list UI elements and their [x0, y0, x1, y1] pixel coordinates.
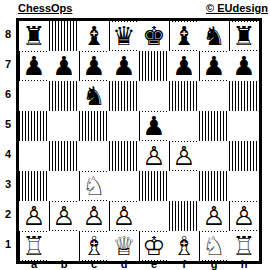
piece-black-bishop: ♝ — [80, 22, 108, 50]
piece-black-rook: ♜ — [20, 22, 48, 50]
square-c7[interactable]: ♟ — [79, 51, 109, 81]
file-label-f: f — [169, 259, 199, 270]
square-b3[interactable] — [49, 171, 79, 201]
piece-white-knight: ♘ — [200, 232, 228, 260]
piece-white-bishop: ♗ — [170, 232, 198, 260]
piece-white-queen: ♕ — [110, 232, 138, 260]
piece-white-pawn: ♙ — [80, 202, 108, 230]
square-c6[interactable]: ♞ — [79, 81, 109, 111]
square-h7[interactable]: ♟ — [229, 51, 259, 81]
title-bar: ChessOps © EUdesign — [0, 2, 270, 17]
square-e4[interactable]: ♙ — [139, 141, 169, 171]
file-label-e: e — [139, 259, 169, 270]
piece-white-rook: ♖ — [20, 232, 48, 260]
square-g5[interactable] — [199, 111, 229, 141]
square-g4[interactable] — [199, 141, 229, 171]
piece-white-rook: ♖ — [230, 232, 258, 260]
square-a1[interactable]: ♖ — [19, 231, 49, 261]
square-e3[interactable] — [139, 171, 169, 201]
rank-label-1: 1 — [2, 229, 14, 259]
rank-label-4: 4 — [2, 139, 14, 169]
file-label-a: a — [19, 259, 49, 270]
square-h2[interactable]: ♙ — [229, 201, 259, 231]
file-labels: abcdefgh — [19, 259, 259, 270]
square-c8[interactable]: ♝ — [79, 21, 109, 51]
piece-white-pawn: ♙ — [200, 202, 228, 230]
square-c5[interactable] — [79, 111, 109, 141]
square-e1[interactable]: ♔ — [139, 231, 169, 261]
file-label-b: b — [49, 259, 79, 270]
square-d6[interactable] — [109, 81, 139, 111]
square-d2[interactable]: ♙ — [109, 201, 139, 231]
piece-black-knight: ♞ — [200, 22, 228, 50]
square-c2[interactable]: ♙ — [79, 201, 109, 231]
square-h4[interactable] — [229, 141, 259, 171]
piece-white-pawn: ♙ — [20, 202, 48, 230]
square-e2[interactable] — [139, 201, 169, 231]
square-c4[interactable] — [79, 141, 109, 171]
rank-label-7: 7 — [2, 49, 14, 79]
piece-black-knight: ♞ — [80, 82, 108, 110]
square-d8[interactable]: ♛ — [109, 21, 139, 51]
rank-labels: 87654321 — [2, 19, 14, 259]
square-c1[interactable]: ♗ — [79, 231, 109, 261]
file-label-c: c — [79, 259, 109, 270]
square-d5[interactable] — [109, 111, 139, 141]
square-e6[interactable] — [139, 81, 169, 111]
file-label-h: h — [229, 259, 259, 270]
square-a8[interactable]: ♜ — [19, 21, 49, 51]
square-a6[interactable] — [19, 81, 49, 111]
piece-white-pawn: ♙ — [110, 202, 138, 230]
square-b4[interactable] — [49, 141, 79, 171]
square-f8[interactable]: ♝ — [169, 21, 199, 51]
app-title-link[interactable]: ChessOps — [18, 2, 72, 14]
piece-black-pawn: ♟ — [20, 52, 48, 80]
piece-black-king: ♚ — [140, 22, 168, 50]
piece-black-pawn: ♟ — [80, 52, 108, 80]
square-h3[interactable] — [229, 171, 259, 201]
square-d3[interactable] — [109, 171, 139, 201]
square-f6[interactable] — [169, 81, 199, 111]
square-b6[interactable] — [49, 81, 79, 111]
square-h5[interactable] — [229, 111, 259, 141]
rank-label-3: 3 — [2, 169, 14, 199]
square-g7[interactable]: ♟ — [199, 51, 229, 81]
piece-black-pawn: ♟ — [110, 52, 138, 80]
rank-label-5: 5 — [2, 109, 14, 139]
piece-white-pawn: ♙ — [170, 142, 198, 170]
piece-white-pawn: ♙ — [50, 202, 78, 230]
piece-white-bishop: ♗ — [80, 232, 108, 260]
square-e8[interactable]: ♚ — [139, 21, 169, 51]
file-label-g: g — [199, 259, 229, 270]
square-d7[interactable]: ♟ — [109, 51, 139, 81]
piece-white-pawn: ♙ — [140, 142, 168, 170]
rank-label-8: 8 — [2, 19, 14, 49]
square-e7[interactable] — [139, 51, 169, 81]
square-f2[interactable] — [169, 201, 199, 231]
square-h1[interactable]: ♖ — [229, 231, 259, 261]
square-f1[interactable]: ♗ — [169, 231, 199, 261]
square-g6[interactable] — [199, 81, 229, 111]
square-b2[interactable]: ♙ — [49, 201, 79, 231]
chess-board: ♜♝♛♚♝♞♜♟♟♟♟♟♟♟♞♟♙♙♘♙♙♙♙♙♙♖♗♕♔♗♘♖ — [16, 18, 262, 264]
piece-black-rook: ♜ — [230, 22, 258, 50]
square-e5[interactable]: ♟ — [139, 111, 169, 141]
square-d4[interactable] — [109, 141, 139, 171]
piece-white-knight: ♘ — [80, 172, 108, 200]
piece-black-pawn: ♟ — [170, 52, 198, 80]
square-g2[interactable]: ♙ — [199, 201, 229, 231]
square-g8[interactable]: ♞ — [199, 21, 229, 51]
square-f5[interactable] — [169, 111, 199, 141]
piece-black-bishop: ♝ — [170, 22, 198, 50]
square-a4[interactable] — [19, 141, 49, 171]
piece-black-queen: ♛ — [110, 22, 138, 50]
piece-white-pawn: ♙ — [230, 202, 258, 230]
square-c3[interactable]: ♘ — [79, 171, 109, 201]
square-b8[interactable] — [49, 21, 79, 51]
rank-label-6: 6 — [2, 79, 14, 109]
copyright-credit-link[interactable]: © EUdesign — [206, 2, 268, 14]
file-label-d: d — [109, 259, 139, 270]
rank-label-2: 2 — [2, 199, 14, 229]
piece-black-pawn: ♟ — [230, 52, 258, 80]
piece-white-king: ♔ — [140, 232, 168, 260]
piece-black-pawn: ♟ — [140, 112, 168, 140]
square-a5[interactable] — [19, 111, 49, 141]
square-f7[interactable]: ♟ — [169, 51, 199, 81]
square-a7[interactable]: ♟ — [19, 51, 49, 81]
square-h8[interactable]: ♜ — [229, 21, 259, 51]
square-b1[interactable] — [49, 231, 79, 261]
square-b7[interactable]: ♟ — [49, 51, 79, 81]
piece-black-pawn: ♟ — [50, 52, 78, 80]
square-f4[interactable]: ♙ — [169, 141, 199, 171]
square-a2[interactable]: ♙ — [19, 201, 49, 231]
square-h6[interactable] — [229, 81, 259, 111]
square-a3[interactable] — [19, 171, 49, 201]
square-b5[interactable] — [49, 111, 79, 141]
square-g1[interactable]: ♘ — [199, 231, 229, 261]
square-f3[interactable] — [169, 171, 199, 201]
square-d1[interactable]: ♕ — [109, 231, 139, 261]
square-g3[interactable] — [199, 171, 229, 201]
piece-black-pawn: ♟ — [200, 52, 228, 80]
